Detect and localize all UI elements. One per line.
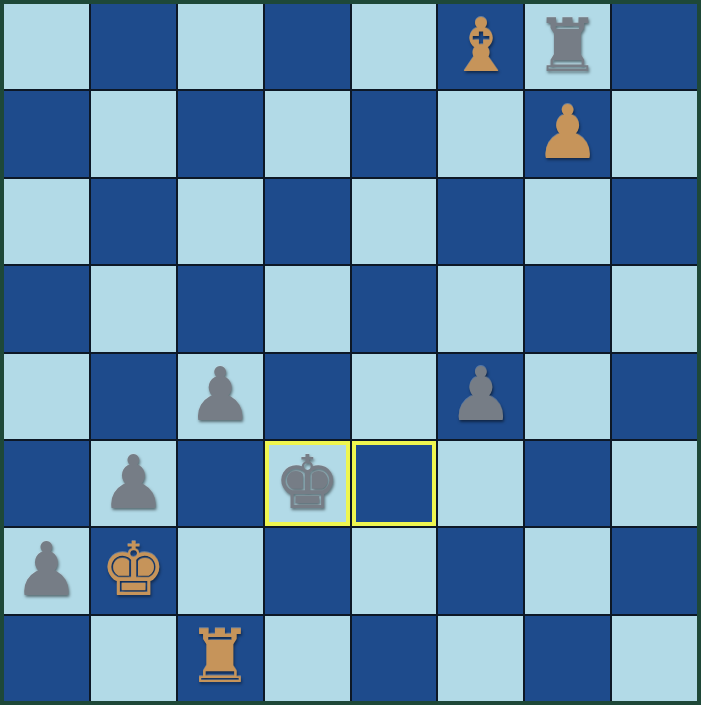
square-a4[interactable] — [4, 354, 89, 439]
square-b4[interactable] — [91, 354, 176, 439]
square-g3[interactable] — [525, 441, 610, 526]
piece-black-pawn-a2[interactable]: ♟︎ — [13, 532, 79, 606]
square-g5[interactable] — [525, 266, 610, 351]
square-c6[interactable] — [178, 179, 263, 264]
square-h4[interactable] — [612, 354, 697, 439]
square-d1[interactable] — [265, 616, 350, 701]
square-h2[interactable] — [612, 528, 697, 613]
square-d2[interactable] — [265, 528, 350, 613]
square-g2[interactable] — [525, 528, 610, 613]
piece-black-king-d3[interactable]: ♚︎ — [274, 445, 340, 519]
square-e5[interactable] — [352, 266, 437, 351]
chess-board: ♝︎♜︎♟︎♟︎♟︎♟︎♚︎♟︎♚︎♜︎ — [4, 4, 697, 701]
square-c5[interactable] — [178, 266, 263, 351]
square-f1[interactable] — [438, 616, 523, 701]
square-c8[interactable] — [178, 4, 263, 89]
square-g7[interactable]: ♟︎ — [525, 91, 610, 176]
piece-white-king-b2[interactable]: ♚︎ — [100, 532, 166, 606]
square-b2[interactable]: ♚︎ — [91, 528, 176, 613]
piece-white-pawn-g7[interactable]: ♟︎ — [535, 95, 601, 169]
square-g6[interactable] — [525, 179, 610, 264]
square-e2[interactable] — [352, 528, 437, 613]
square-b1[interactable] — [91, 616, 176, 701]
square-a6[interactable] — [4, 179, 89, 264]
square-f5[interactable] — [438, 266, 523, 351]
square-h8[interactable] — [612, 4, 697, 89]
square-d3[interactable]: ♚︎ — [265, 441, 350, 526]
square-f7[interactable] — [438, 91, 523, 176]
square-g4[interactable] — [525, 354, 610, 439]
square-h3[interactable] — [612, 441, 697, 526]
square-g8[interactable]: ♜︎ — [525, 4, 610, 89]
piece-black-pawn-f4[interactable]: ♟︎ — [448, 357, 514, 431]
square-b7[interactable] — [91, 91, 176, 176]
square-a1[interactable] — [4, 616, 89, 701]
piece-black-rook-g8[interactable]: ♜︎ — [535, 8, 601, 82]
piece-white-bishop-f8[interactable]: ♝︎ — [448, 8, 514, 82]
square-a2[interactable]: ♟︎ — [4, 528, 89, 613]
square-b6[interactable] — [91, 179, 176, 264]
square-e3[interactable] — [352, 441, 437, 526]
square-c7[interactable] — [178, 91, 263, 176]
square-c3[interactable] — [178, 441, 263, 526]
piece-white-rook-c1[interactable]: ♜︎ — [187, 619, 253, 693]
square-d8[interactable] — [265, 4, 350, 89]
square-a5[interactable] — [4, 266, 89, 351]
square-e8[interactable] — [352, 4, 437, 89]
square-h6[interactable] — [612, 179, 697, 264]
square-e1[interactable] — [352, 616, 437, 701]
square-b5[interactable] — [91, 266, 176, 351]
square-d6[interactable] — [265, 179, 350, 264]
square-g1[interactable] — [525, 616, 610, 701]
square-a8[interactable] — [4, 4, 89, 89]
square-d5[interactable] — [265, 266, 350, 351]
square-c4[interactable]: ♟︎ — [178, 354, 263, 439]
square-h5[interactable] — [612, 266, 697, 351]
square-d7[interactable] — [265, 91, 350, 176]
square-f2[interactable] — [438, 528, 523, 613]
square-b3[interactable]: ♟︎ — [91, 441, 176, 526]
square-f8[interactable]: ♝︎ — [438, 4, 523, 89]
chess-board-frame: ♝︎♜︎♟︎♟︎♟︎♟︎♚︎♟︎♚︎♜︎ — [0, 0, 701, 705]
square-e4[interactable] — [352, 354, 437, 439]
square-h7[interactable] — [612, 91, 697, 176]
piece-black-pawn-b3[interactable]: ♟︎ — [100, 445, 166, 519]
square-f3[interactable] — [438, 441, 523, 526]
square-e7[interactable] — [352, 91, 437, 176]
square-d4[interactable] — [265, 354, 350, 439]
square-a3[interactable] — [4, 441, 89, 526]
square-c1[interactable]: ♜︎ — [178, 616, 263, 701]
square-b8[interactable] — [91, 4, 176, 89]
square-a7[interactable] — [4, 91, 89, 176]
square-f6[interactable] — [438, 179, 523, 264]
square-f4[interactable]: ♟︎ — [438, 354, 523, 439]
square-e6[interactable] — [352, 179, 437, 264]
piece-black-pawn-c4[interactable]: ♟︎ — [187, 357, 253, 431]
square-c2[interactable] — [178, 528, 263, 613]
square-h1[interactable] — [612, 616, 697, 701]
